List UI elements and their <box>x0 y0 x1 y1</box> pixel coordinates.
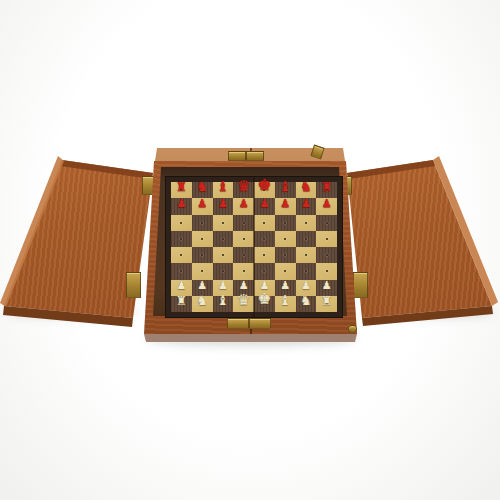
square-g2 <box>296 280 317 296</box>
square-h2 <box>316 280 337 296</box>
peg-hole <box>326 238 328 240</box>
square-g7 <box>296 198 317 214</box>
square-a8 <box>171 182 192 198</box>
square-c6 <box>213 215 234 231</box>
peg-hole <box>326 287 328 289</box>
peg-hole <box>263 222 265 224</box>
square-a3 <box>171 263 192 279</box>
peg-hole <box>201 254 203 256</box>
peg-hole <box>263 254 265 256</box>
peg-hole <box>305 270 307 272</box>
square-f7 <box>275 198 296 214</box>
peg-hole <box>326 303 328 305</box>
square-d8 <box>233 182 254 198</box>
square-h3 <box>316 263 337 279</box>
right-lid <box>340 155 500 333</box>
peg-hole <box>305 222 307 224</box>
square-c5 <box>213 231 234 247</box>
square-c4 <box>213 247 234 263</box>
square-d6 <box>233 215 254 231</box>
peg-hole <box>243 287 245 289</box>
square-b8 <box>192 182 213 198</box>
square-g4 <box>296 247 317 263</box>
peg-hole <box>243 238 245 240</box>
peg-hole <box>180 287 182 289</box>
chessboard <box>166 177 342 317</box>
square-c8 <box>213 182 234 198</box>
square-f2 <box>275 280 296 296</box>
square-e4 <box>254 247 275 263</box>
square-e5 <box>254 231 275 247</box>
square-b1 <box>192 296 213 312</box>
peg-hole <box>222 254 224 256</box>
peg-hole <box>243 189 245 191</box>
square-a6 <box>171 215 192 231</box>
square-f1 <box>275 296 296 312</box>
square-e2 <box>254 280 275 296</box>
peg-hole <box>326 222 328 224</box>
square-c3 <box>213 263 234 279</box>
peg-hole <box>284 270 286 272</box>
peg-hole <box>305 254 307 256</box>
square-a4 <box>171 247 192 263</box>
peg-hole <box>243 222 245 224</box>
peg-hole <box>326 189 328 191</box>
peg-hole <box>243 205 245 207</box>
peg-hole <box>180 238 182 240</box>
peg-hole <box>284 222 286 224</box>
peg-hole <box>284 189 286 191</box>
square-h8 <box>316 182 337 198</box>
square-a2 <box>171 280 192 296</box>
peg-hole <box>284 238 286 240</box>
peg-hole <box>263 238 265 240</box>
square-b7 <box>192 198 213 214</box>
peg-hole <box>222 189 224 191</box>
square-f8 <box>275 182 296 198</box>
peg-hole <box>243 254 245 256</box>
square-g5 <box>296 231 317 247</box>
square-d5 <box>233 231 254 247</box>
square-d2 <box>233 280 254 296</box>
peg-hole <box>201 287 203 289</box>
peg-hole <box>263 270 265 272</box>
square-d7 <box>233 198 254 214</box>
peg-hole <box>222 303 224 305</box>
peg-hole <box>284 254 286 256</box>
peg-hole <box>326 205 328 207</box>
peg-hole <box>305 205 307 207</box>
keyhole-escutcheon <box>348 325 357 333</box>
peg-hole <box>201 303 203 305</box>
peg-hole <box>180 270 182 272</box>
peg-hole <box>243 303 245 305</box>
square-h5 <box>316 231 337 247</box>
square-h4 <box>316 247 337 263</box>
square-e6 <box>254 215 275 231</box>
peg-hole <box>201 222 203 224</box>
square-g1 <box>296 296 317 312</box>
square-h7 <box>316 198 337 214</box>
board-fold-seam <box>253 177 255 317</box>
square-f5 <box>275 231 296 247</box>
peg-hole <box>326 270 328 272</box>
square-e8 <box>254 182 275 198</box>
peg-hole <box>201 189 203 191</box>
square-c2 <box>213 280 234 296</box>
front-latch <box>227 318 249 329</box>
square-c1 <box>213 296 234 312</box>
peg-hole <box>305 189 307 191</box>
peg-hole <box>201 238 203 240</box>
peg-hole <box>222 270 224 272</box>
peg-hole <box>201 205 203 207</box>
peg-hole <box>305 238 307 240</box>
peg-hole <box>222 238 224 240</box>
front-latch-2 <box>249 318 271 329</box>
square-b5 <box>192 231 213 247</box>
square-a5 <box>171 231 192 247</box>
square-h1 <box>316 296 337 312</box>
peg-hole <box>305 303 307 305</box>
top-hinge-plate-2 <box>246 151 264 161</box>
peg-hole <box>284 287 286 289</box>
peg-hole <box>180 205 182 207</box>
peg-hole <box>180 254 182 256</box>
square-f4 <box>275 247 296 263</box>
peg-hole <box>263 287 265 289</box>
peg-hole <box>222 205 224 207</box>
right-lid-face <box>340 155 500 333</box>
peg-hole <box>180 222 182 224</box>
peg-hole <box>284 205 286 207</box>
square-g3 <box>296 263 317 279</box>
top-hinge-plate <box>228 151 246 161</box>
square-b6 <box>192 215 213 231</box>
peg-hole <box>263 189 265 191</box>
square-c7 <box>213 198 234 214</box>
left-hinge-bottom <box>126 272 141 298</box>
peg-hole <box>263 303 265 305</box>
square-e3 <box>254 263 275 279</box>
square-g8 <box>296 182 317 198</box>
square-a7 <box>171 198 192 214</box>
peg-hole <box>305 287 307 289</box>
square-f6 <box>275 215 296 231</box>
square-d3 <box>233 263 254 279</box>
peg-hole <box>201 270 203 272</box>
square-b2 <box>192 280 213 296</box>
peg-hole <box>326 254 328 256</box>
peg-hole <box>222 222 224 224</box>
square-e7 <box>254 198 275 214</box>
square-d4 <box>233 247 254 263</box>
peg-hole <box>180 303 182 305</box>
peg-hole <box>222 287 224 289</box>
square-b4 <box>192 247 213 263</box>
travel-chess-set-photo: ♜♞♝♛♚♝♞♜♟♟♟♟♟♟♟♟♟♟♟♟♟♟♟♟♜♞♝♛♚♝♞♜ <box>0 0 500 500</box>
peg-hole <box>180 189 182 191</box>
square-d1 <box>233 296 254 312</box>
peg-hole <box>284 303 286 305</box>
peg-hole <box>243 270 245 272</box>
square-a1 <box>171 296 192 312</box>
square-h6 <box>316 215 337 231</box>
left-lid <box>0 155 160 333</box>
square-e1 <box>254 296 275 312</box>
square-b3 <box>192 263 213 279</box>
peg-hole <box>263 205 265 207</box>
square-g6 <box>296 215 317 231</box>
square-f3 <box>275 263 296 279</box>
